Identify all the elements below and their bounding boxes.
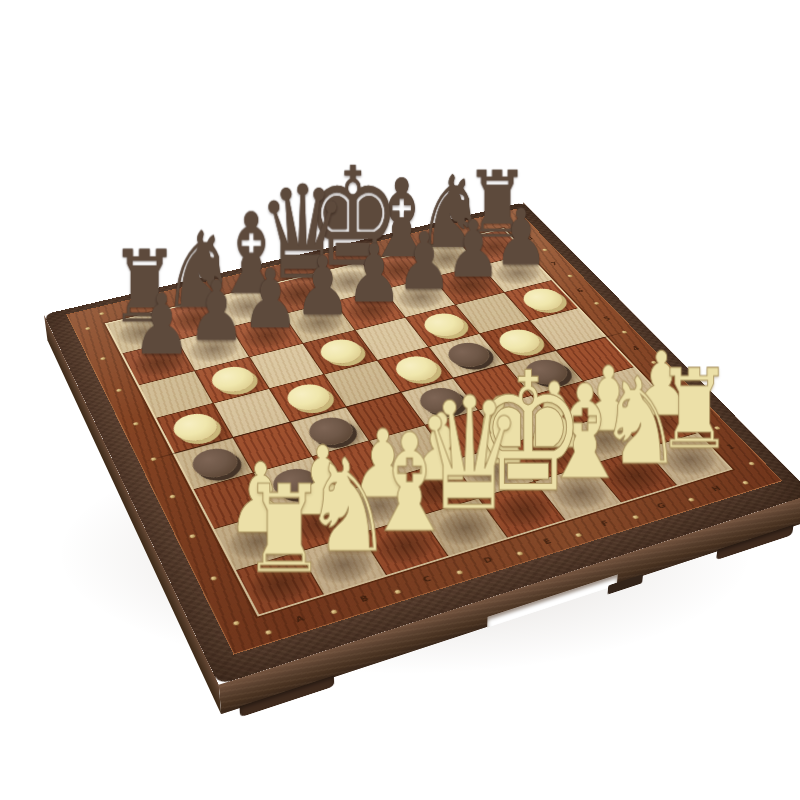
base-foot-right [716,525,794,561]
chess-board: ABCDEFGH12345678 ♜♞♝♛♚♝♞♜♟♟♟♟♟♟♟♟♟♟♟♟♟♟♟… [66,209,782,655]
product-photo-chess-set: ABCDEFGH12345678 ♜♞♝♛♚♝♞♜♟♟♟♟♟♟♟♟♟♟♟♟♟♟♟… [0,0,800,800]
base-foot-left [239,675,334,717]
perspective-scene: ABCDEFGH12345678 ♜♞♝♛♚♝♞♜♟♟♟♟♟♟♟♟♟♟♟♟♟♟♟… [0,0,800,800]
base-handle-notch [487,574,618,627]
piece-white-rook-a1: ♜ [207,469,361,590]
